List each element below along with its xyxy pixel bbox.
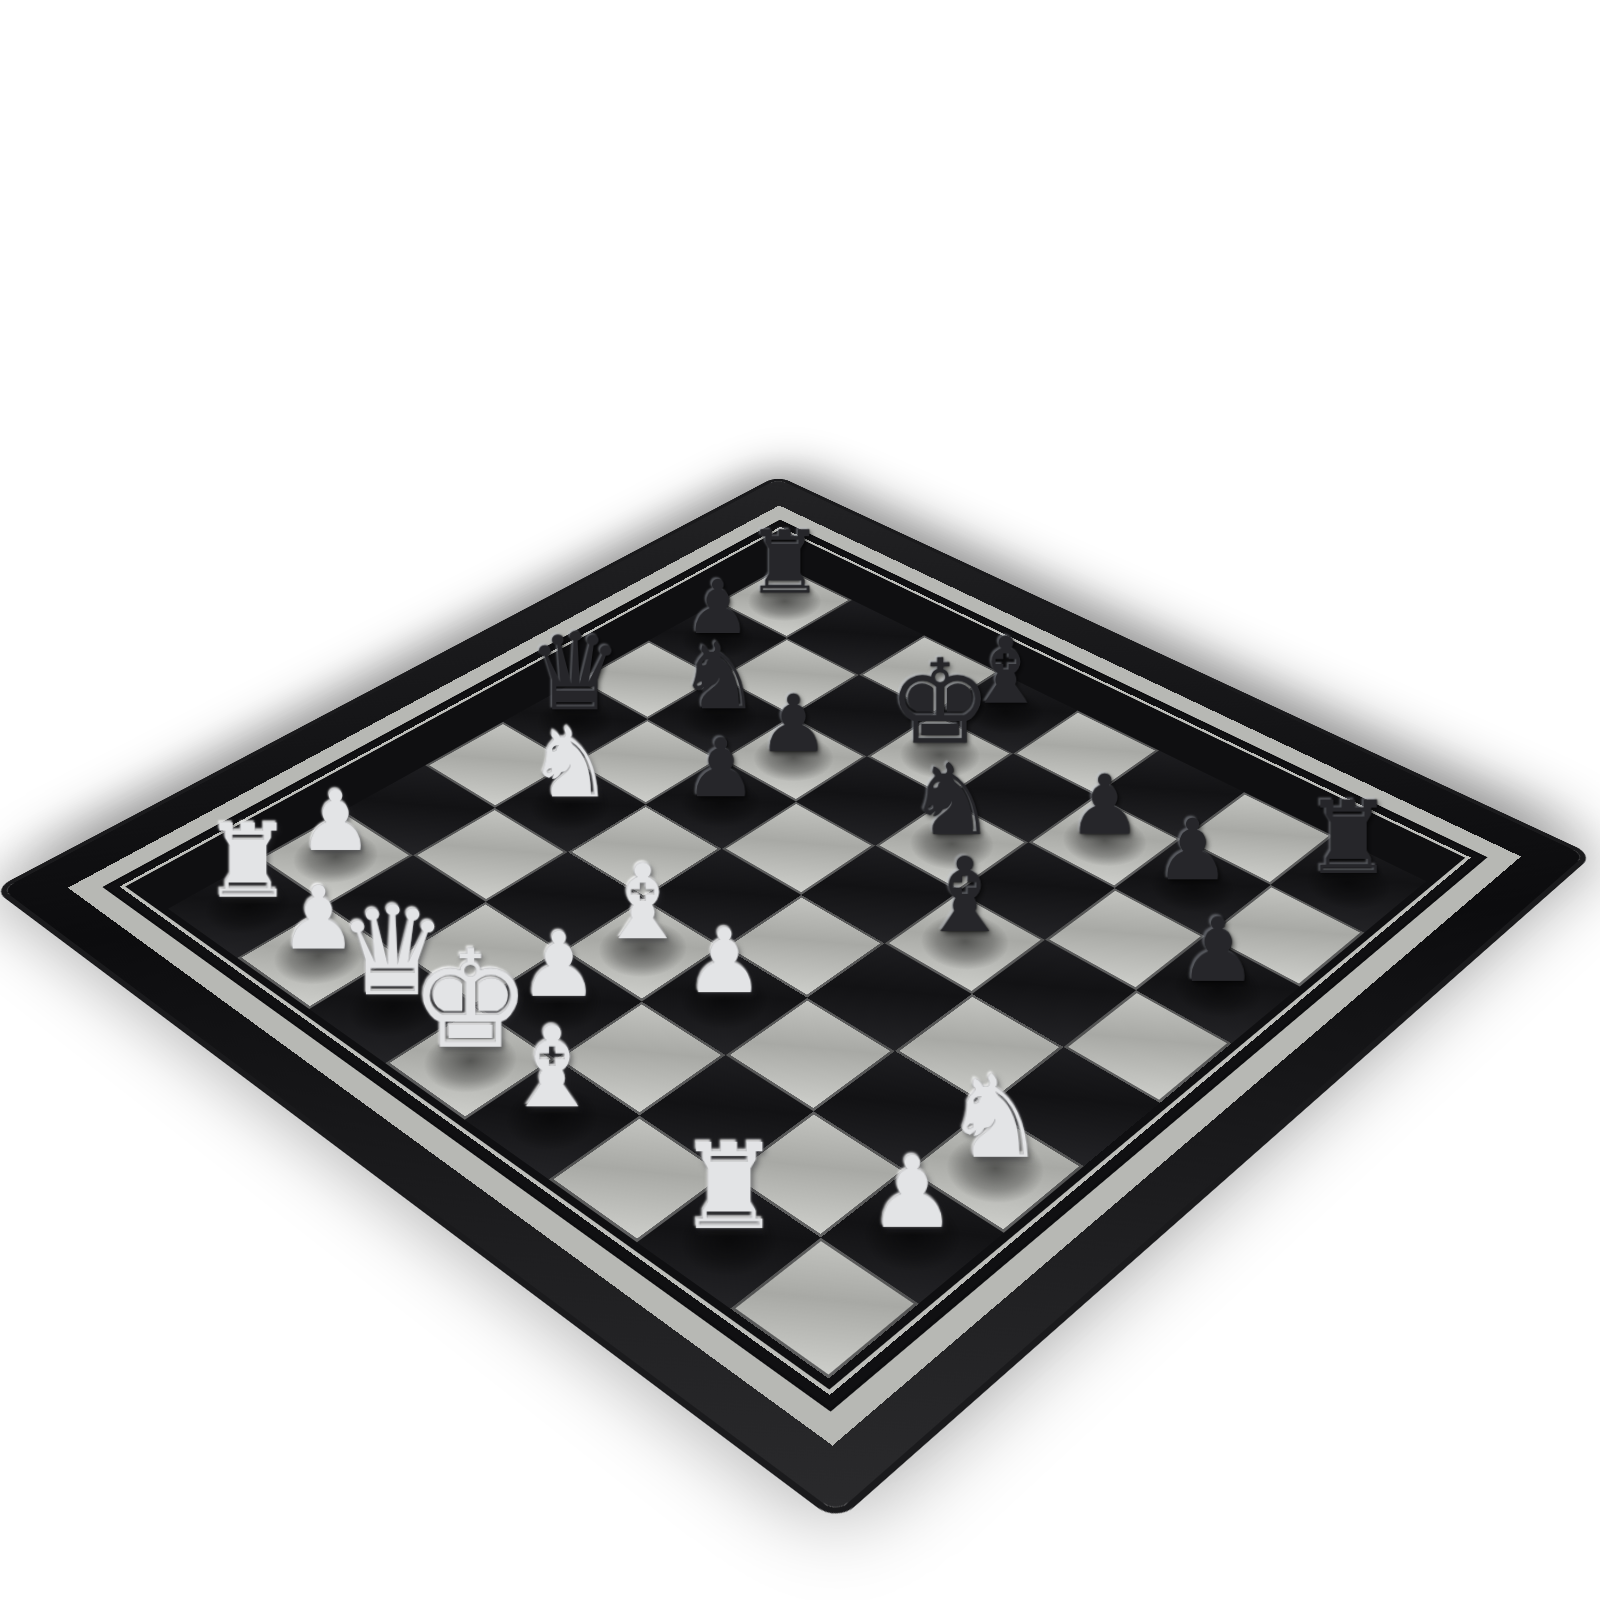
board-base-molding: ♜♝♚♛♟♜♟♟♟♞♟♝♞♝♟♛♟♞♟♞♟♟♚♟♜♝♜ (2, 479, 1585, 1513)
white-knight-a6[interactable]: ♞ (944, 1061, 1047, 1176)
white-bishop-d8[interactable]: ♝ (502, 1012, 602, 1124)
board-silver-frame-band: ♜♝♚♛♟♜♟♟♟♞♟♝♞♝♟♛♟♞♟♞♟♟♚♟♜♝♜ (68, 505, 1521, 1445)
white-pawn-a7[interactable]: ♟ (868, 1143, 957, 1242)
black-bishop-c4[interactable]: ♝ (919, 844, 1012, 947)
black-rook-h1[interactable]: ♜ (746, 520, 824, 607)
black-pawn-f4[interactable]: ♟ (685, 728, 758, 809)
black-rook-a1[interactable]: ♜ (1303, 788, 1393, 889)
chess-board-3d: ♜♝♚♛♟♜♟♟♟♞♟♝♞♝♟♛♟♞♟♞♟♟♚♟♜♝♜ (2, 479, 1585, 1513)
white-bishop-e6[interactable]: ♝ (596, 851, 689, 955)
black-pawn-b2[interactable]: ♟ (1155, 808, 1231, 893)
white-knight-g5[interactable]: ♞ (527, 715, 614, 812)
white-pawn-d6[interactable]: ♟ (684, 917, 764, 1006)
white-rook-b8[interactable]: ♜ (676, 1129, 782, 1247)
black-knight-g3[interactable]: ♞ (678, 631, 761, 723)
white-pawn-h7[interactable]: ♟ (298, 779, 373, 862)
photo-canvas: ♜♝♚♛♟♜♟♟♟♞♟♝♞♝♟♛♟♞♟♞♟♟♚♟♜♝♜ (0, 0, 1600, 1600)
black-pawn-c2[interactable]: ♟ (1068, 764, 1142, 847)
black-pawn-f3[interactable]: ♟ (758, 684, 829, 763)
square-a1[interactable]: ♜ (1271, 836, 1426, 933)
black-pawn-a3[interactable]: ♟ (1178, 906, 1258, 995)
board-silver-frame-line: ♜♝♚♛♟♜♟♟♟♞♟♝♞♝♟♛♟♞♟♞♟♟♚♟♜♝♜ (120, 527, 1471, 1395)
chess-board-grid: ♜♝♚♛♟♜♟♟♟♞♟♝♞♝♟♛♟♞♟♞♟♟♚♟♜♝♜ (168, 566, 1426, 1379)
